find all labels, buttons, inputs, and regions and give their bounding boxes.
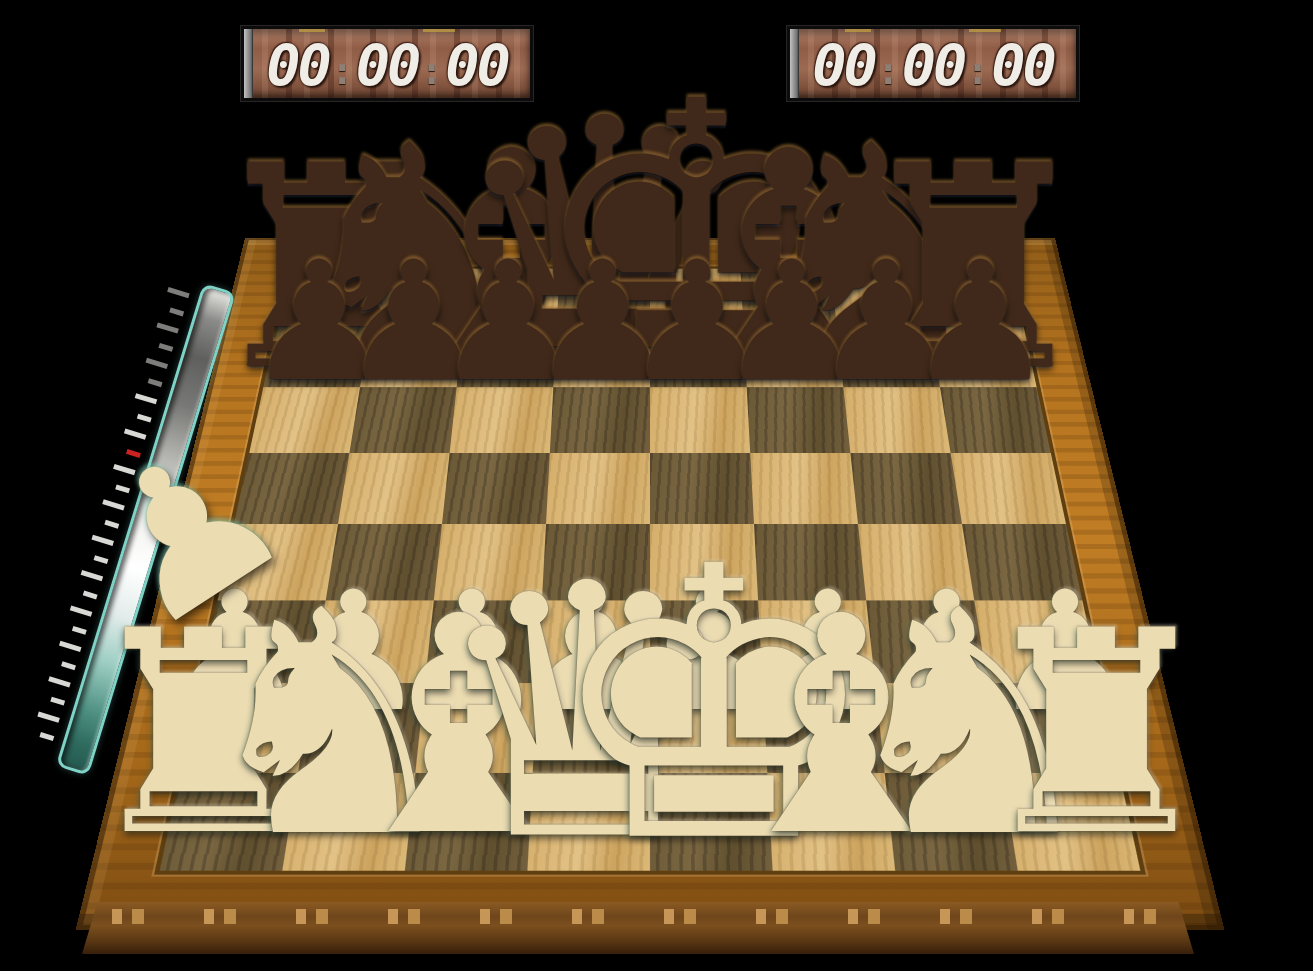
gauge-tick xyxy=(61,661,76,670)
gauge-tick xyxy=(135,393,158,404)
clock-right: 00:00:00 xyxy=(786,25,1080,102)
piece-white-rook-h1[interactable]: ♜ xyxy=(971,594,1222,874)
clock-engraving xyxy=(423,29,455,32)
gauge-tick xyxy=(148,378,163,387)
square-h5[interactable] xyxy=(951,453,1066,524)
clock-right-time: 00:00:00 xyxy=(812,33,1054,99)
gauge-tick xyxy=(37,712,60,723)
clock-face: 00:00:00 xyxy=(790,29,1076,98)
gauge-tick xyxy=(156,322,179,333)
clock-engraving xyxy=(969,29,1001,32)
gauge-tick xyxy=(50,696,65,705)
gauge-tick xyxy=(169,307,184,316)
clock-face: 00:00:00 xyxy=(244,29,530,98)
clock-engraving xyxy=(845,29,871,32)
clock-left-time: 00:00:00 xyxy=(266,33,508,99)
gauge-tick xyxy=(146,358,169,369)
gauge-tick xyxy=(167,287,190,298)
gauge-tick xyxy=(159,342,174,351)
game-screen: 00:00:00 00:00:00 ♜♞♝♛♚♝♞♜♟♟♟♟♟♟♟♟♟♟♟♟♟♟… xyxy=(0,0,1313,971)
gauge-tick xyxy=(40,732,55,741)
clock-left: 00:00:00 xyxy=(240,25,534,102)
gauge-tick xyxy=(48,676,71,687)
piece-black-pawn-h7[interactable]: ♟ xyxy=(907,240,1055,405)
clock-engraving xyxy=(299,29,325,32)
